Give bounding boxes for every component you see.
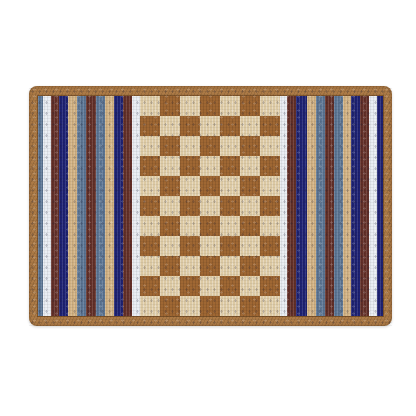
board-cell-light xyxy=(160,236,180,256)
doormat xyxy=(29,86,392,326)
board-cell-light xyxy=(260,216,280,236)
stripe-maroon xyxy=(51,96,59,316)
board-cell-light xyxy=(240,236,260,256)
stripe-slate xyxy=(334,96,343,316)
board-cell-light xyxy=(180,96,200,116)
stripe-tan xyxy=(307,96,316,316)
stripe-white xyxy=(132,96,140,316)
board-cell-dark xyxy=(220,276,240,296)
stripe-navy xyxy=(296,96,307,316)
board-cell-dark xyxy=(260,276,280,296)
stripe-slate xyxy=(77,96,86,316)
board-cell-light xyxy=(200,276,220,296)
stripe-maroon xyxy=(123,96,132,316)
board-cell-dark xyxy=(160,296,180,316)
board-cell-dark xyxy=(180,276,200,296)
board-cell-dark xyxy=(260,156,280,176)
board-cell-light xyxy=(260,136,280,156)
board-cell-light xyxy=(220,256,240,276)
board-cell-light xyxy=(140,136,160,156)
board-cell-light xyxy=(180,296,200,316)
stripe-maroon xyxy=(287,96,296,316)
checkerboard xyxy=(140,96,280,316)
board-cell-dark xyxy=(200,136,220,156)
stripe-tan xyxy=(343,96,351,316)
stripe-white xyxy=(280,96,287,316)
board-cell-light xyxy=(260,176,280,196)
board-cell-light xyxy=(180,256,200,276)
board-cell-dark xyxy=(200,256,220,276)
board-cell-dark xyxy=(240,136,260,156)
board-cell-dark xyxy=(200,96,220,116)
board-cell-light xyxy=(260,256,280,276)
left-stripe-section xyxy=(38,96,140,316)
board-cell-dark xyxy=(200,176,220,196)
stripe-slate xyxy=(96,96,105,316)
stripe-tan xyxy=(105,96,114,316)
board-cell-dark xyxy=(220,236,240,256)
board-cell-light xyxy=(140,96,160,116)
board-cell-light xyxy=(260,296,280,316)
board-cell-light xyxy=(200,196,220,216)
board-cell-light xyxy=(240,196,260,216)
board-cell-light xyxy=(160,156,180,176)
stripe-navy xyxy=(377,96,383,316)
board-cell-dark xyxy=(220,196,240,216)
board-cell-light xyxy=(240,276,260,296)
doormat-face xyxy=(38,96,383,316)
stripe-navy xyxy=(114,96,123,316)
board-cell-light xyxy=(160,116,180,136)
stripe-navy xyxy=(351,96,360,316)
board-cell-dark xyxy=(140,236,160,256)
stripe-slate xyxy=(316,96,325,316)
stripe-maroon xyxy=(360,96,369,316)
board-cell-light xyxy=(220,96,240,116)
board-cell-dark xyxy=(180,116,200,136)
board-cell-dark xyxy=(180,156,200,176)
board-cell-light xyxy=(140,176,160,196)
board-cell-light xyxy=(140,216,160,236)
board-cell-dark xyxy=(240,216,260,236)
stripe-white xyxy=(369,96,377,316)
board-cell-dark xyxy=(220,156,240,176)
board-cell-dark xyxy=(160,216,180,236)
board-cell-light xyxy=(220,136,240,156)
board-cell-light xyxy=(220,176,240,196)
board-cell-dark xyxy=(140,276,160,296)
board-cell-dark xyxy=(140,116,160,136)
stripe-maroon xyxy=(86,96,96,316)
board-cell-dark xyxy=(260,236,280,256)
board-cell-light xyxy=(240,116,260,136)
board-cell-dark xyxy=(260,116,280,136)
board-cell-dark xyxy=(180,236,200,256)
stripe-white xyxy=(43,96,51,316)
board-cell-dark xyxy=(200,296,220,316)
board-cell-light xyxy=(160,276,180,296)
board-cell-light xyxy=(200,156,220,176)
board-cell-light xyxy=(160,196,180,216)
board-cell-light xyxy=(140,296,160,316)
board-cell-dark xyxy=(160,176,180,196)
board-cell-light xyxy=(240,156,260,176)
board-cell-dark xyxy=(160,96,180,116)
board-cell-light xyxy=(200,236,220,256)
right-stripe-section xyxy=(280,96,383,316)
board-cell-light xyxy=(220,216,240,236)
stripe-maroon xyxy=(325,96,334,316)
board-cell-dark xyxy=(240,96,260,116)
board-cell-light xyxy=(180,176,200,196)
board-cell-dark xyxy=(160,256,180,276)
board-cell-light xyxy=(180,136,200,156)
board-cell-dark xyxy=(140,156,160,176)
board-cell-light xyxy=(200,116,220,136)
board-cell-dark xyxy=(160,136,180,156)
board-cell-dark xyxy=(200,216,220,236)
board-cell-light xyxy=(260,96,280,116)
board-cell-dark xyxy=(260,196,280,216)
board-cell-dark xyxy=(180,196,200,216)
board-cell-light xyxy=(220,296,240,316)
board-cell-dark xyxy=(240,296,260,316)
stripe-navy xyxy=(59,96,68,316)
stripe-tan xyxy=(68,96,77,316)
board-cell-dark xyxy=(140,196,160,216)
board-cell-dark xyxy=(240,256,260,276)
board-cell-dark xyxy=(240,176,260,196)
board-cell-dark xyxy=(220,116,240,136)
board-cell-light xyxy=(140,256,160,276)
product-photo-background xyxy=(0,0,416,416)
board-cell-light xyxy=(180,216,200,236)
